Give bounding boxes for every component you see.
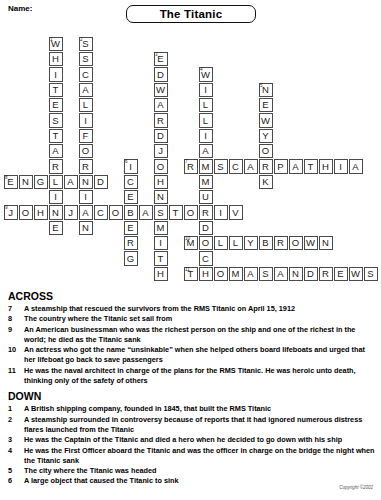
cell-r3c14[interactable]: 4W — [199, 67, 213, 81]
cell-r6c6[interactable]: I — [79, 113, 93, 127]
cell-r9c15[interactable]: S — [214, 159, 228, 173]
cell-letter: A — [82, 208, 88, 218]
cell-letter: O — [262, 146, 269, 156]
cell-letter: W — [261, 116, 270, 126]
cell-r16c23[interactable]: E — [334, 267, 348, 281]
cell-r5c14[interactable]: L — [199, 98, 213, 112]
cell-letter: D — [157, 70, 164, 80]
cell-r9c14[interactable]: M — [199, 159, 213, 173]
clue-number: 11 — [185, 268, 190, 273]
cell-r5c4[interactable]: E — [49, 98, 63, 112]
cell-r16c25[interactable]: S — [364, 267, 378, 281]
title-box: The Titanic — [126, 5, 256, 23]
cell-letter: M — [232, 269, 240, 279]
down-section: DOWN 1A British shipping company, founde… — [8, 390, 376, 486]
cell-letter: S — [157, 208, 163, 218]
clue-text: He was the naval architect in charge of … — [24, 366, 376, 387]
cell-letter: R — [262, 162, 269, 172]
cell-letter: W — [156, 85, 165, 95]
cell-r10c5[interactable]: A — [64, 175, 78, 189]
cell-r12c5[interactable]: J — [64, 205, 78, 219]
cell-letter: C — [202, 254, 209, 264]
cell-r10c2[interactable]: N — [19, 175, 33, 189]
cell-letter: R — [322, 269, 329, 279]
cell-r8c11[interactable]: J — [154, 144, 168, 158]
cell-r1c6[interactable]: 2S — [79, 37, 93, 51]
cell-r12c16[interactable]: V — [229, 205, 243, 219]
cell-letter: C — [82, 70, 89, 80]
cell-r2c11[interactable]: 3E — [154, 52, 168, 66]
clue-list-number: 8 — [8, 314, 24, 324]
clue-text: A steamship surrounded in controversy be… — [24, 415, 376, 436]
cell-r14c18[interactable]: B — [259, 236, 273, 250]
cell-letter: E — [337, 269, 343, 279]
cell-r3c4[interactable]: I — [49, 67, 63, 81]
cell-r7c14[interactable]: I — [199, 129, 213, 143]
clue-number: 2 — [80, 38, 83, 43]
cell-r12c7[interactable]: C — [94, 205, 108, 219]
cell-letter: I — [84, 192, 87, 202]
clue-number: 4 — [200, 68, 203, 73]
cell-r14c17[interactable]: Y — [244, 236, 258, 250]
copyright-text: Copyright ©2002 — [339, 485, 373, 490]
cell-r12c4[interactable]: N — [49, 205, 63, 219]
cell-r16c15[interactable]: O — [214, 267, 228, 281]
cell-letter: O — [187, 208, 194, 218]
cell-r8c4[interactable]: A — [49, 144, 63, 158]
cell-letter: I — [159, 238, 162, 248]
across-list: 7A steamship that rescued the survivors … — [8, 304, 376, 386]
cell-r14c9[interactable]: R — [124, 236, 138, 250]
cell-r14c20[interactable]: O — [289, 236, 303, 250]
cell-letter: W — [306, 238, 315, 248]
cell-letter: E — [7, 177, 13, 187]
cell-letter: W — [351, 269, 360, 279]
cell-r15c9[interactable]: G — [124, 251, 138, 265]
cell-letter: R — [157, 116, 164, 126]
cell-letter: U — [202, 192, 209, 202]
cell-r12c13[interactable]: O — [184, 205, 198, 219]
clue-list-number: 3 — [8, 435, 24, 445]
cell-r14c22[interactable]: N — [319, 236, 333, 250]
cell-r14c16[interactable]: L — [229, 236, 243, 250]
cell-r9c22[interactable]: H — [319, 159, 333, 173]
cell-letter: T — [173, 208, 179, 218]
down-list: 1A British shipping company, founded in … — [8, 404, 376, 486]
cell-letter: C — [232, 162, 239, 172]
cell-r12c12[interactable]: T — [169, 205, 183, 219]
cell-r16c13[interactable]: 11T — [184, 267, 198, 281]
clue-list-number: 2 — [8, 415, 24, 436]
name-label: Name: — [8, 4, 32, 13]
cell-r12c1[interactable]: 9J — [4, 205, 18, 219]
cell-r10c1[interactable]: 8E — [4, 175, 18, 189]
cell-letter: O — [202, 238, 209, 248]
cell-letter: D — [307, 269, 314, 279]
clue-list-number: 10 — [8, 345, 24, 366]
cell-letter: N — [52, 208, 59, 218]
clue-text: A British shipping company, founded in 1… — [24, 404, 376, 414]
clue-text: An actress who got the name “unsinkable”… — [24, 345, 376, 366]
cell-r16c19[interactable]: A — [274, 267, 288, 281]
cell-r9c20[interactable]: A — [289, 159, 303, 173]
cell-letter: E — [52, 223, 58, 233]
cell-r10c3[interactable]: G — [34, 175, 48, 189]
page-title: The Titanic — [160, 8, 223, 20]
cell-r9c4[interactable]: R — [49, 159, 63, 173]
clue-list-number: 11 — [8, 366, 24, 387]
cell-r12c8[interactable]: O — [109, 205, 123, 219]
cell-r4c11[interactable]: W — [154, 83, 168, 97]
across-clue-8: 8The country where the Titanic set sail … — [8, 314, 376, 324]
clue-text: The country where the Titanic set sail f… — [24, 314, 376, 324]
cell-letter: N — [322, 238, 329, 248]
cell-r14c11[interactable]: I — [154, 236, 168, 250]
cell-r8c14[interactable]: A — [199, 144, 213, 158]
cell-r12c11[interactable]: S — [154, 205, 168, 219]
cell-r16c16[interactable]: M — [229, 267, 243, 281]
clue-number: 3 — [155, 53, 158, 58]
cell-r7c6[interactable]: F — [79, 129, 93, 143]
cell-r5c18[interactable]: E — [259, 98, 273, 112]
cell-letter: I — [54, 70, 57, 80]
cell-letter: S — [82, 39, 88, 49]
cell-r3c11[interactable]: D — [154, 67, 168, 81]
cell-r15c11[interactable]: T — [154, 251, 168, 265]
cell-letter: S — [217, 162, 223, 172]
cell-letter: I — [129, 162, 132, 172]
down-clue-2: 2A steamship surrounded in controversy b… — [8, 415, 376, 436]
cell-letter: P — [277, 162, 283, 172]
cell-letter: N — [82, 177, 89, 187]
down-heading: DOWN — [8, 390, 376, 402]
cell-letter: I — [204, 85, 207, 95]
cell-letter: J — [158, 146, 163, 156]
cell-letter: A — [277, 269, 283, 279]
cell-r12c6[interactable]: A — [79, 205, 93, 219]
cell-letter: E — [127, 192, 133, 202]
cell-r9c17[interactable]: A — [244, 159, 258, 173]
cell-letter: A — [247, 269, 253, 279]
cell-r9c16[interactable]: C — [229, 159, 243, 173]
cell-r14c19[interactable]: R — [274, 236, 288, 250]
cell-letter: E — [262, 100, 268, 110]
cell-r10c7[interactable]: D — [94, 175, 108, 189]
cell-letter: O — [22, 208, 29, 218]
cell-letter: D — [157, 131, 164, 141]
cell-r12c15[interactable]: I — [214, 205, 228, 219]
across-clue-10: 10An actress who got the name “unsinkabl… — [8, 345, 376, 366]
cell-r16c21[interactable]: D — [304, 267, 318, 281]
cell-r6c11[interactable]: R — [154, 113, 168, 127]
cell-r10c11[interactable]: H — [154, 175, 168, 189]
cell-letter: S — [52, 116, 58, 126]
clue-text: He was the Captain of the Titanic and di… — [24, 435, 376, 445]
clue-number: 5 — [260, 84, 263, 89]
cell-r12c14[interactable]: R — [199, 205, 213, 219]
cell-letter: A — [157, 100, 163, 110]
cell-letter: N — [82, 223, 89, 233]
cell-letter: L — [53, 177, 58, 187]
cell-r4c4[interactable]: T — [49, 83, 63, 97]
cell-letter: H — [37, 208, 44, 218]
cell-letter: H — [202, 269, 209, 279]
cell-letter: R — [52, 162, 59, 172]
cell-letter: O — [82, 146, 89, 156]
cell-r11c11[interactable]: N — [154, 190, 168, 204]
cell-letter: N — [157, 192, 164, 202]
cell-letter: B — [127, 208, 133, 218]
cell-r13c9[interactable]: E — [124, 221, 138, 235]
cell-r16c20[interactable]: N — [289, 267, 303, 281]
clue-number: 6 — [125, 160, 128, 165]
cell-letter: A — [202, 146, 208, 156]
cell-letter: I — [339, 162, 342, 172]
cell-r16c22[interactable]: R — [319, 267, 333, 281]
crossword-grid: 1W2SHS3EICD4WTAWI5NELALESIRLWTFDIYAOJAOR… — [3, 36, 378, 282]
cell-letter: O — [112, 208, 119, 218]
cell-r14c21[interactable]: W — [304, 236, 318, 250]
cell-r10c4[interactable]: L — [49, 175, 63, 189]
clue-text: He was the First Officer aboard the Tita… — [24, 446, 376, 467]
cell-letter: C — [127, 177, 134, 187]
cell-letter: T — [308, 162, 314, 172]
cell-letter: I — [84, 116, 87, 126]
cell-letter: H — [322, 162, 329, 172]
cell-r4c18[interactable]: 5N — [259, 83, 273, 97]
cell-letter: G — [127, 254, 134, 264]
cell-r6c18[interactable]: W — [259, 113, 273, 127]
cell-letter: R — [277, 238, 284, 248]
cell-r16c14[interactable]: H — [199, 267, 213, 281]
down-clue-1: 1A British shipping company, founded in … — [8, 404, 376, 414]
cell-r16c18[interactable]: S — [259, 267, 273, 281]
cell-letter: M — [157, 223, 165, 233]
cell-letter: L — [83, 100, 88, 110]
cell-r6c14[interactable]: L — [199, 113, 213, 127]
cell-r14c14[interactable]: O — [199, 236, 213, 250]
cell-letter: T — [53, 131, 59, 141]
clue-number: 8 — [5, 176, 8, 181]
cell-letter: A — [82, 85, 88, 95]
clue-number: 10 — [185, 237, 190, 242]
cell-r4c6[interactable]: A — [79, 83, 93, 97]
cell-r8c6[interactable]: O — [79, 144, 93, 158]
cell-r16c11[interactable]: H — [154, 267, 168, 281]
cell-letter: N — [262, 85, 269, 95]
cell-r6c4[interactable]: S — [49, 113, 63, 127]
down-clue-6: 6A large object that caused the Titanic … — [8, 476, 376, 486]
cell-letter: M — [202, 177, 210, 187]
clue-list-number: 6 — [8, 476, 24, 486]
cell-r11c4[interactable]: I — [49, 190, 63, 204]
cell-r13c14[interactable]: D — [199, 221, 213, 235]
cell-r1c4[interactable]: 1W — [49, 37, 63, 51]
clue-text: The city where the Titanic was headed — [24, 466, 376, 476]
cell-r5c11[interactable]: A — [154, 98, 168, 112]
cell-letter: Y — [262, 131, 268, 141]
clue-list-number: 1 — [8, 404, 24, 414]
cell-letter: A — [142, 208, 148, 218]
down-clue-5: 5The city where the Titanic was headed — [8, 466, 376, 476]
cell-letter: E — [52, 100, 58, 110]
cell-letter: V — [232, 208, 238, 218]
cell-letter: M — [202, 162, 210, 172]
cell-r12c3[interactable]: H — [34, 205, 48, 219]
cell-r3c6[interactable]: C — [79, 67, 93, 81]
cell-letter: S — [82, 54, 88, 64]
cell-letter: R — [127, 238, 134, 248]
clue-text: An American businessman who was the rich… — [24, 325, 376, 346]
cell-letter: J — [68, 208, 73, 218]
clue-list-number: 4 — [8, 446, 24, 467]
clue-text: A large object that caused the Titanic t… — [24, 476, 376, 486]
cell-letter: T — [158, 254, 164, 264]
cell-r9c13[interactable]: 7R — [184, 159, 198, 173]
cell-r12c10[interactable]: A — [139, 205, 153, 219]
cell-letter: H — [157, 269, 164, 279]
clue-list-number: 9 — [8, 325, 24, 346]
across-section: ACROSS 7A steamship that rescued the sur… — [8, 290, 376, 386]
across-heading: ACROSS — [8, 290, 376, 302]
cell-r16c17[interactable]: A — [244, 267, 258, 281]
cell-r7c18[interactable]: Y — [259, 129, 273, 143]
cell-r10c9[interactable]: C — [124, 175, 138, 189]
cell-letter: H — [52, 54, 59, 64]
cell-letter: C — [97, 208, 104, 218]
cell-r9c18[interactable]: R — [259, 159, 273, 173]
cell-r9c9[interactable]: 6I — [124, 159, 138, 173]
clue-list-number: 7 — [8, 304, 24, 314]
cell-letter: D — [202, 223, 209, 233]
cell-letter: Y — [247, 238, 253, 248]
clue-list-number: 5 — [8, 466, 24, 476]
cell-r12c9[interactable]: B — [124, 205, 138, 219]
cell-letter: A — [52, 146, 58, 156]
cell-r14c13[interactable]: 10M — [184, 236, 198, 250]
across-clue-11: 11He was the naval architect in charge o… — [8, 366, 376, 387]
cell-letter: S — [262, 269, 268, 279]
clue-number: 9 — [5, 206, 8, 211]
cell-letter: F — [83, 131, 89, 141]
cell-letter: J — [8, 208, 13, 218]
cell-letter: A — [67, 177, 73, 187]
cell-r15c14[interactable]: C — [199, 251, 213, 265]
cell-letter: H — [157, 177, 164, 187]
cell-r4c14[interactable]: I — [199, 83, 213, 97]
cell-letter: I — [54, 192, 57, 202]
across-clue-7: 7A steamship that rescued the survivors … — [8, 304, 376, 314]
cell-r13c6[interactable]: N — [79, 221, 93, 235]
cell-letter: B — [262, 238, 268, 248]
cell-letter: O — [292, 238, 299, 248]
cell-r14c15[interactable]: L — [214, 236, 228, 250]
cell-r8c18[interactable]: O — [259, 144, 273, 158]
cell-letter: R — [187, 162, 194, 172]
cell-letter: S — [367, 269, 373, 279]
cell-r10c18[interactable]: K — [259, 175, 273, 189]
cell-letter: L — [203, 116, 208, 126]
cell-r9c23[interactable]: I — [334, 159, 348, 173]
cell-letter: R — [202, 208, 209, 218]
clue-text: A steamship that rescued the survivors f… — [24, 304, 376, 314]
cell-r10c6[interactable]: N — [79, 175, 93, 189]
cell-letter: L — [233, 238, 238, 248]
down-clue-4: 4He was the First Officer aboard the Tit… — [8, 446, 376, 467]
cell-letter: L — [203, 100, 208, 110]
cell-r2c6[interactable]: S — [79, 52, 93, 66]
cell-letter: I — [204, 131, 207, 141]
cell-letter: N — [22, 177, 29, 187]
cell-r9c24[interactable]: A — [349, 159, 363, 173]
cell-letter: L — [218, 238, 223, 248]
cell-letter: T — [53, 85, 59, 95]
cell-r13c4[interactable]: E — [49, 221, 63, 235]
worksheet-page: Name: The Titanic 1W2SHS3EICD4WTAWI5NELA… — [0, 0, 381, 500]
cell-r11c14[interactable]: U — [199, 190, 213, 204]
cell-r7c4[interactable]: T — [49, 129, 63, 143]
cell-r9c19[interactable]: P — [274, 159, 288, 173]
cell-letter: R — [82, 162, 89, 172]
cell-r11c6[interactable]: I — [79, 190, 93, 204]
cell-letter: O — [157, 162, 164, 172]
across-clue-9: 9An American businessman who was the ric… — [8, 325, 376, 346]
cell-r10c14[interactable]: M — [199, 175, 213, 189]
cell-r9c11[interactable]: O — [154, 159, 168, 173]
cell-letter: A — [292, 162, 298, 172]
clue-lists: ACROSS 7A steamship that rescued the sur… — [8, 290, 376, 487]
cell-r13c11[interactable]: M — [154, 221, 168, 235]
cell-letter: E — [157, 54, 163, 64]
cell-r9c6[interactable]: R — [79, 159, 93, 173]
down-clue-3: 3He was the Captain of the Titanic and d… — [8, 435, 376, 445]
cell-r16c24[interactable]: W — [349, 267, 363, 281]
cell-letter: N — [292, 269, 299, 279]
cell-r5c6[interactable]: L — [79, 98, 93, 112]
cell-letter: O — [217, 269, 224, 279]
cell-letter: A — [247, 162, 253, 172]
cell-letter: G — [37, 177, 44, 187]
clue-number: 1 — [50, 38, 53, 43]
cell-r9c21[interactable]: T — [304, 159, 318, 173]
cell-r7c11[interactable]: D — [154, 129, 168, 143]
cell-letter: E — [127, 223, 133, 233]
cell-letter: K — [262, 177, 268, 187]
cell-r12c2[interactable]: O — [19, 205, 33, 219]
clue-number: 7 — [185, 160, 188, 165]
cell-letter: I — [219, 208, 222, 218]
cell-letter: A — [352, 162, 358, 172]
cell-letter: D — [97, 177, 104, 187]
cell-r2c4[interactable]: H — [49, 52, 63, 66]
cell-r11c9[interactable]: E — [124, 190, 138, 204]
